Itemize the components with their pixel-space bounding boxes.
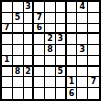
sudoku-cell-empty[interactable] xyxy=(56,88,67,99)
sudoku-cell-empty[interactable] xyxy=(77,13,88,24)
sudoku-cell-empty[interactable] xyxy=(13,34,24,45)
sudoku-cell-empty[interactable] xyxy=(88,88,99,99)
sudoku-cell-empty[interactable] xyxy=(24,34,35,45)
sudoku-cell-given: 7 xyxy=(2,24,13,35)
sudoku-cell-empty[interactable] xyxy=(77,34,88,45)
sudoku-cell-empty[interactable] xyxy=(88,24,99,35)
sudoku-cell-empty[interactable] xyxy=(34,2,45,13)
sudoku-cell-given: 7 xyxy=(88,77,99,88)
sudoku-cell-empty[interactable] xyxy=(56,13,67,24)
sudoku-cell-empty[interactable] xyxy=(77,77,88,88)
sudoku-cell-empty[interactable] xyxy=(34,77,45,88)
sudoku-cell-empty[interactable] xyxy=(88,2,99,13)
sudoku-cell-empty[interactable] xyxy=(45,88,56,99)
sudoku-cell-given: 8 xyxy=(45,45,56,56)
sudoku-cell-empty[interactable] xyxy=(24,56,35,67)
sudoku-cell-empty[interactable] xyxy=(24,88,35,99)
sudoku-cell-empty[interactable] xyxy=(45,56,56,67)
sudoku-cell-empty[interactable] xyxy=(67,13,78,24)
sudoku-cell-given: 1 xyxy=(2,56,13,67)
sudoku-cell-empty[interactable] xyxy=(13,45,24,56)
sudoku-cell-empty[interactable] xyxy=(34,67,45,78)
sudoku-cell-empty[interactable] xyxy=(67,34,78,45)
sudoku-cell-empty[interactable] xyxy=(2,13,13,24)
sudoku-cell-empty[interactable] xyxy=(67,56,78,67)
sudoku-cell-empty[interactable] xyxy=(2,77,13,88)
sudoku-cell-empty[interactable] xyxy=(2,88,13,99)
sudoku-cell-empty[interactable] xyxy=(2,67,13,78)
sudoku-cell-empty[interactable] xyxy=(24,45,35,56)
sudoku-cell-given: 2 xyxy=(45,34,56,45)
sudoku-cell-empty[interactable] xyxy=(45,24,56,35)
sudoku-cell-empty[interactable] xyxy=(88,45,99,56)
sudoku-cell-empty[interactable] xyxy=(45,77,56,88)
sudoku-cell-empty[interactable] xyxy=(13,77,24,88)
sudoku-cell-empty[interactable] xyxy=(77,56,88,67)
sudoku-cell-given: 5 xyxy=(56,67,67,78)
sudoku-cell-empty[interactable] xyxy=(24,24,35,35)
sudoku-cell-empty[interactable] xyxy=(67,67,78,78)
sudoku-cell-empty[interactable] xyxy=(67,2,78,13)
sudoku-cell-given: 1 xyxy=(67,77,78,88)
sudoku-cell-empty[interactable] xyxy=(13,88,24,99)
sudoku-cell-empty[interactable] xyxy=(45,13,56,24)
sudoku-cell-given: 6 xyxy=(34,24,45,35)
sudoku-cell-empty[interactable] xyxy=(2,45,13,56)
sudoku-cell-empty[interactable] xyxy=(34,45,45,56)
sudoku-cell-empty[interactable] xyxy=(45,2,56,13)
sudoku-cell-empty[interactable] xyxy=(24,77,35,88)
sudoku-cell-given: 4 xyxy=(77,2,88,13)
sudoku-cell-empty[interactable] xyxy=(56,56,67,67)
sudoku-board: 34577623831825176 xyxy=(0,0,101,101)
sudoku-cell-empty[interactable] xyxy=(13,2,24,13)
sudoku-cell-given: 7 xyxy=(34,13,45,24)
sudoku-cell-empty[interactable] xyxy=(56,2,67,13)
sudoku-cell-empty[interactable] xyxy=(77,24,88,35)
sudoku-cell-given: 2 xyxy=(24,67,35,78)
sudoku-cell-empty[interactable] xyxy=(88,13,99,24)
sudoku-cell-empty[interactable] xyxy=(56,24,67,35)
sudoku-cell-given: 6 xyxy=(67,88,78,99)
sudoku-cell-empty[interactable] xyxy=(45,67,56,78)
sudoku-cell-empty[interactable] xyxy=(77,67,88,78)
sudoku-cell-empty[interactable] xyxy=(67,45,78,56)
sudoku-cell-empty[interactable] xyxy=(34,88,45,99)
sudoku-cell-empty[interactable] xyxy=(34,34,45,45)
sudoku-cell-empty[interactable] xyxy=(56,77,67,88)
sudoku-cell-empty[interactable] xyxy=(77,88,88,99)
sudoku-cell-given: 8 xyxy=(13,67,24,78)
sudoku-cell-empty[interactable] xyxy=(2,2,13,13)
sudoku-cell-empty[interactable] xyxy=(2,34,13,45)
sudoku-cell-empty[interactable] xyxy=(67,24,78,35)
sudoku-cell-empty[interactable] xyxy=(13,56,24,67)
sudoku-cell-given: 3 xyxy=(24,2,35,13)
sudoku-cell-given: 3 xyxy=(56,34,67,45)
sudoku-cell-empty[interactable] xyxy=(56,45,67,56)
sudoku-cell-given: 5 xyxy=(13,13,24,24)
sudoku-cell-empty[interactable] xyxy=(88,67,99,78)
sudoku-cell-empty[interactable] xyxy=(88,56,99,67)
sudoku-cell-empty[interactable] xyxy=(24,13,35,24)
sudoku-cell-empty[interactable] xyxy=(88,34,99,45)
sudoku-cell-given: 3 xyxy=(77,45,88,56)
sudoku-cell-empty[interactable] xyxy=(34,56,45,67)
sudoku-cell-empty[interactable] xyxy=(13,24,24,35)
